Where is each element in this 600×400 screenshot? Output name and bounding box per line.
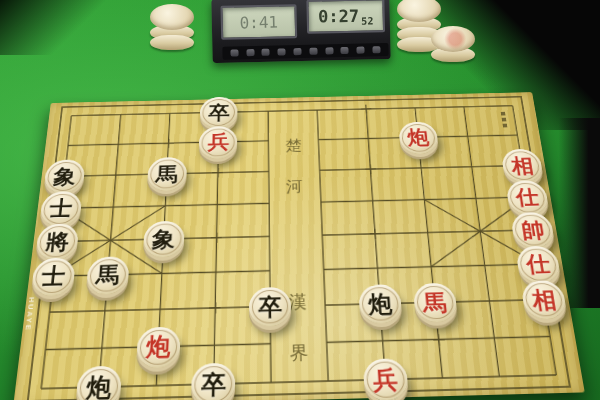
piece-glyph-soldier: 卒 (258, 295, 282, 319)
game-clock: 0:41 0:27 52 (211, 0, 390, 63)
black-soldier-3: 卒 (191, 363, 236, 400)
piece-glyph-general: 帥 (520, 219, 546, 241)
clock-right-display: 0:27 52 (306, 0, 385, 34)
piece-glyph-horse: 馬 (95, 263, 120, 286)
piece-glyph-soldier: 兵 (207, 132, 229, 152)
xiangqi-board: 楚 河 漢 界 HUAYE 象士將士馬炮馬象卒卒卒炮兵炮炮馬兵相仕帥仕相 (13, 92, 585, 400)
clock-left-time: 0:41 (239, 12, 278, 32)
piece-glyph-soldier: 兵 (372, 367, 398, 393)
piece-glyph-cannon: 炮 (85, 374, 112, 400)
piece-glyph-advisor: 仕 (525, 253, 552, 276)
piece-glyph-elephant: 象 (52, 166, 76, 186)
piece-glyph-horse: 馬 (422, 291, 448, 315)
captured-piece-top (150, 4, 194, 30)
piece-glyph-soldier: 卒 (201, 371, 226, 397)
clock-button-row (222, 43, 388, 60)
piece-glyph-elephant: 象 (152, 228, 176, 250)
piece-glyph-horse: 馬 (155, 164, 178, 184)
piece-glyph-general: 將 (45, 231, 70, 253)
piece-glyph-elephant: 相 (530, 288, 557, 312)
piece-glyph-soldier: 卒 (208, 103, 230, 122)
river-text-he: 河 (279, 176, 310, 198)
clock-right-seconds: 52 (361, 15, 373, 26)
river-text-jie: 界 (282, 340, 316, 366)
piece-glyph-advisor: 士 (41, 265, 67, 288)
captured-stack-left (150, 4, 194, 50)
piece-glyph-cannon: 炮 (406, 128, 429, 147)
piece-glyph-elephant: 相 (510, 156, 535, 176)
clock-right-time: 0:27 (318, 6, 359, 27)
captured-piece-side (150, 35, 194, 50)
piece-glyph-advisor: 仕 (515, 187, 541, 208)
piece-glyph-cannon: 炮 (367, 292, 392, 316)
piece-glyph-advisor: 士 (49, 198, 74, 219)
clock-left-display: 0:41 (220, 4, 297, 40)
captured-piece-top (431, 26, 475, 52)
board-wrap: 楚 河 漢 界 HUAYE 象士將士馬炮馬象卒卒卒炮兵炮炮馬兵相仕帥仕相 (14, 48, 586, 400)
photo-dark-corner-left (0, 0, 110, 55)
river-text-chu: 楚 (279, 136, 309, 157)
piece-glyph-cannon: 炮 (145, 334, 171, 359)
captured-stack-right-front (431, 26, 475, 62)
